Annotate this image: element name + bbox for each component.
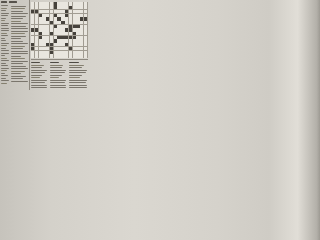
clue-line	[11, 76, 27, 77]
clue-line	[11, 71, 25, 72]
clue-line	[50, 85, 67, 86]
clue-line	[11, 43, 28, 44]
clue-line	[11, 46, 25, 47]
clue-line	[11, 33, 25, 34]
clue-line	[1, 83, 8, 84]
clue-line	[1, 48, 7, 49]
masthead-title	[1, 1, 17, 3]
clue-line	[31, 72, 45, 73]
clue-line	[1, 65, 8, 66]
clue-column-bottom-3	[69, 62, 88, 89]
clue-line	[50, 72, 65, 73]
clue-section-header	[50, 62, 59, 64]
clue-line	[11, 61, 28, 62]
clue-section-header	[69, 62, 79, 64]
clue-line	[1, 13, 9, 14]
clue-line	[1, 35, 8, 36]
clue-line	[1, 40, 7, 41]
clue-line	[11, 6, 27, 7]
clue-line	[1, 53, 9, 54]
clue-line	[1, 73, 6, 74]
clue-line	[31, 70, 47, 71]
grid-bottom-rule	[31, 59, 89, 60]
clue-line	[11, 28, 28, 29]
clue-line	[1, 60, 9, 61]
clue-line	[1, 10, 7, 11]
clue-line	[1, 30, 9, 31]
clue-line	[11, 53, 28, 54]
clue-line	[1, 33, 8, 34]
clue-line	[11, 66, 27, 67]
clue-line	[50, 67, 62, 68]
newspaper-page	[0, 0, 90, 90]
clue-line	[69, 70, 88, 71]
clue-line	[11, 21, 21, 22]
clue-line	[11, 23, 28, 24]
clue-column-left-inner	[11, 6, 28, 89]
clue-column-bottom-2	[50, 62, 67, 89]
clue-section-header	[31, 62, 40, 64]
grid-cell[interactable]	[84, 54, 87, 57]
clue-line	[1, 80, 9, 81]
clue-line	[1, 25, 8, 26]
clue-line	[11, 36, 27, 37]
clue-line	[31, 77, 40, 78]
clue-line	[31, 82, 45, 83]
clue-line	[11, 48, 24, 49]
clue-column-left-outer	[1, 5, 9, 89]
clue-line	[50, 87, 67, 88]
clue-line	[69, 87, 88, 88]
clue-line	[11, 68, 28, 69]
masthead-word	[9, 1, 17, 3]
clue-line	[11, 18, 24, 19]
clue-line	[1, 63, 7, 64]
clue-line	[1, 70, 8, 71]
clue-line	[69, 80, 88, 81]
clue-line	[11, 13, 28, 14]
clue-line	[31, 75, 42, 76]
clue-line	[1, 28, 9, 29]
clue-line	[11, 16, 27, 17]
clue-line	[50, 75, 62, 76]
clue-line	[1, 45, 8, 46]
clue-column-bottom-1	[31, 62, 47, 89]
masthead-word	[1, 1, 7, 3]
clue-line	[69, 67, 83, 68]
clue-line	[11, 41, 24, 42]
clue-line	[31, 67, 42, 68]
clue-line	[11, 31, 28, 32]
clue-line	[1, 15, 8, 16]
clue-line	[1, 8, 8, 9]
crossword-grid	[31, 2, 88, 58]
clue-line	[69, 72, 86, 73]
clue-line	[50, 80, 67, 81]
clue-line	[50, 77, 60, 78]
clue-line	[1, 55, 6, 56]
clue-line	[11, 78, 24, 79]
clue-line	[1, 58, 8, 59]
clue-line	[11, 8, 25, 9]
clue-line	[50, 70, 67, 71]
clue-line	[69, 85, 88, 86]
clue-line	[11, 58, 25, 59]
clue-line	[31, 85, 47, 86]
clue-line	[69, 75, 83, 76]
clue-line	[1, 23, 9, 24]
clue-line	[69, 65, 84, 66]
clue-line	[1, 38, 6, 39]
clue-line	[69, 82, 86, 83]
clue-line	[1, 50, 9, 51]
clue-line	[1, 43, 9, 44]
clue-line	[1, 78, 7, 79]
clue-line	[69, 77, 80, 78]
clue-line	[1, 75, 8, 76]
clue-line	[11, 51, 28, 52]
clue-line	[1, 68, 9, 69]
clue-line	[31, 87, 47, 88]
clue-line	[50, 82, 65, 83]
clue-line	[11, 11, 24, 12]
clue-line	[1, 18, 7, 19]
clue-line	[11, 73, 21, 74]
clue-line	[11, 26, 27, 27]
clue-line	[11, 81, 28, 82]
clue-line	[11, 56, 21, 57]
clue-line	[11, 38, 21, 39]
clue-line	[31, 65, 44, 66]
clue-line	[11, 63, 24, 64]
clue-line	[50, 65, 64, 66]
clue-line	[1, 5, 8, 6]
clue-line	[31, 80, 47, 81]
clue-line	[1, 20, 6, 21]
